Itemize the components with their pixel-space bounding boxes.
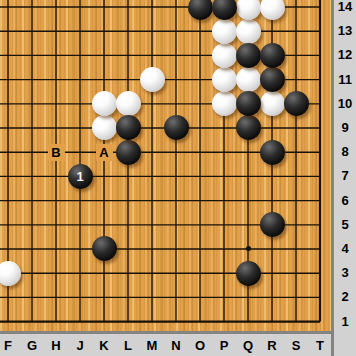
column-label-j: J: [71, 338, 89, 354]
column-label-p: P: [215, 338, 233, 354]
row-label-10: 10: [334, 96, 356, 112]
row-label-3: 3: [334, 265, 356, 281]
row-label-4: 4: [334, 241, 356, 257]
white-stone-r10: [260, 91, 285, 116]
row-label-8: 8: [334, 144, 356, 160]
column-label-q: Q: [239, 338, 257, 354]
black-stone-l8: [116, 140, 141, 165]
black-stone-r11: [260, 67, 285, 92]
column-label-m: M: [143, 338, 161, 354]
row-label-7: 7: [334, 168, 356, 184]
column-label-r: R: [263, 338, 281, 354]
star-point-q4: [246, 246, 251, 251]
black-stone-q10: [236, 91, 261, 116]
row-label-14: 14: [334, 0, 356, 15]
row-label-1: 1: [334, 314, 356, 330]
white-stone-k10: [92, 91, 117, 116]
black-stone-q9: [236, 115, 261, 140]
white-stone-p10: [212, 91, 237, 116]
black-stone-r8: [260, 140, 285, 165]
column-label-t: T: [311, 338, 329, 354]
row-label-6: 6: [334, 193, 356, 209]
white-stone-f3: [0, 261, 21, 286]
row-label-2: 2: [334, 289, 356, 305]
column-label-s: S: [287, 338, 305, 354]
white-stone-k9: [92, 115, 117, 140]
white-stone-p13: [212, 19, 237, 44]
board-grid: 1AB: [0, 0, 332, 333]
white-stone-q14: [236, 0, 261, 20]
white-stone-p11: [212, 67, 237, 92]
column-label-f: F: [0, 338, 17, 354]
black-stone-q3: [236, 261, 261, 286]
white-stone-l10: [116, 91, 141, 116]
row-label-12: 12: [334, 47, 356, 63]
row-label-9: 9: [334, 120, 356, 136]
column-label-o: O: [191, 338, 209, 354]
black-stone-r12: [260, 43, 285, 68]
black-stone-r5: [260, 212, 285, 237]
black-stone-j7: 1: [68, 164, 93, 189]
white-stone-q11: [236, 67, 261, 92]
column-coordinates-gutter: FGHJKLMNOPQRST: [0, 331, 331, 356]
variation-label-a[interactable]: A: [96, 144, 113, 161]
black-stone-p14: [212, 0, 237, 20]
column-label-h: H: [47, 338, 65, 354]
black-stone-l9: [116, 115, 141, 140]
go-board[interactable]: 1AB: [0, 0, 333, 333]
white-stone-r14: [260, 0, 285, 20]
black-stone-s10: [284, 91, 309, 116]
column-label-n: N: [167, 338, 185, 354]
go-board-screen: 1AB 1413121110987654321 FGHJKLMNOPQRST: [0, 0, 356, 356]
white-stone-m11: [140, 67, 165, 92]
white-stone-q13: [236, 19, 261, 44]
white-stone-p12: [212, 43, 237, 68]
column-label-g: G: [23, 338, 41, 354]
row-label-5: 5: [334, 217, 356, 233]
move-number-label: 1: [76, 169, 83, 182]
column-label-l: L: [119, 338, 137, 354]
variation-label-b[interactable]: B: [48, 144, 65, 161]
row-label-13: 13: [334, 23, 356, 39]
column-label-k: K: [95, 338, 113, 354]
black-stone-k4: [92, 236, 117, 261]
black-stone-n9: [164, 115, 189, 140]
black-stone-o14: [188, 0, 213, 20]
black-stone-q12: [236, 43, 261, 68]
row-coordinates-gutter: 1413121110987654321: [331, 0, 356, 356]
row-label-11: 11: [334, 72, 356, 88]
